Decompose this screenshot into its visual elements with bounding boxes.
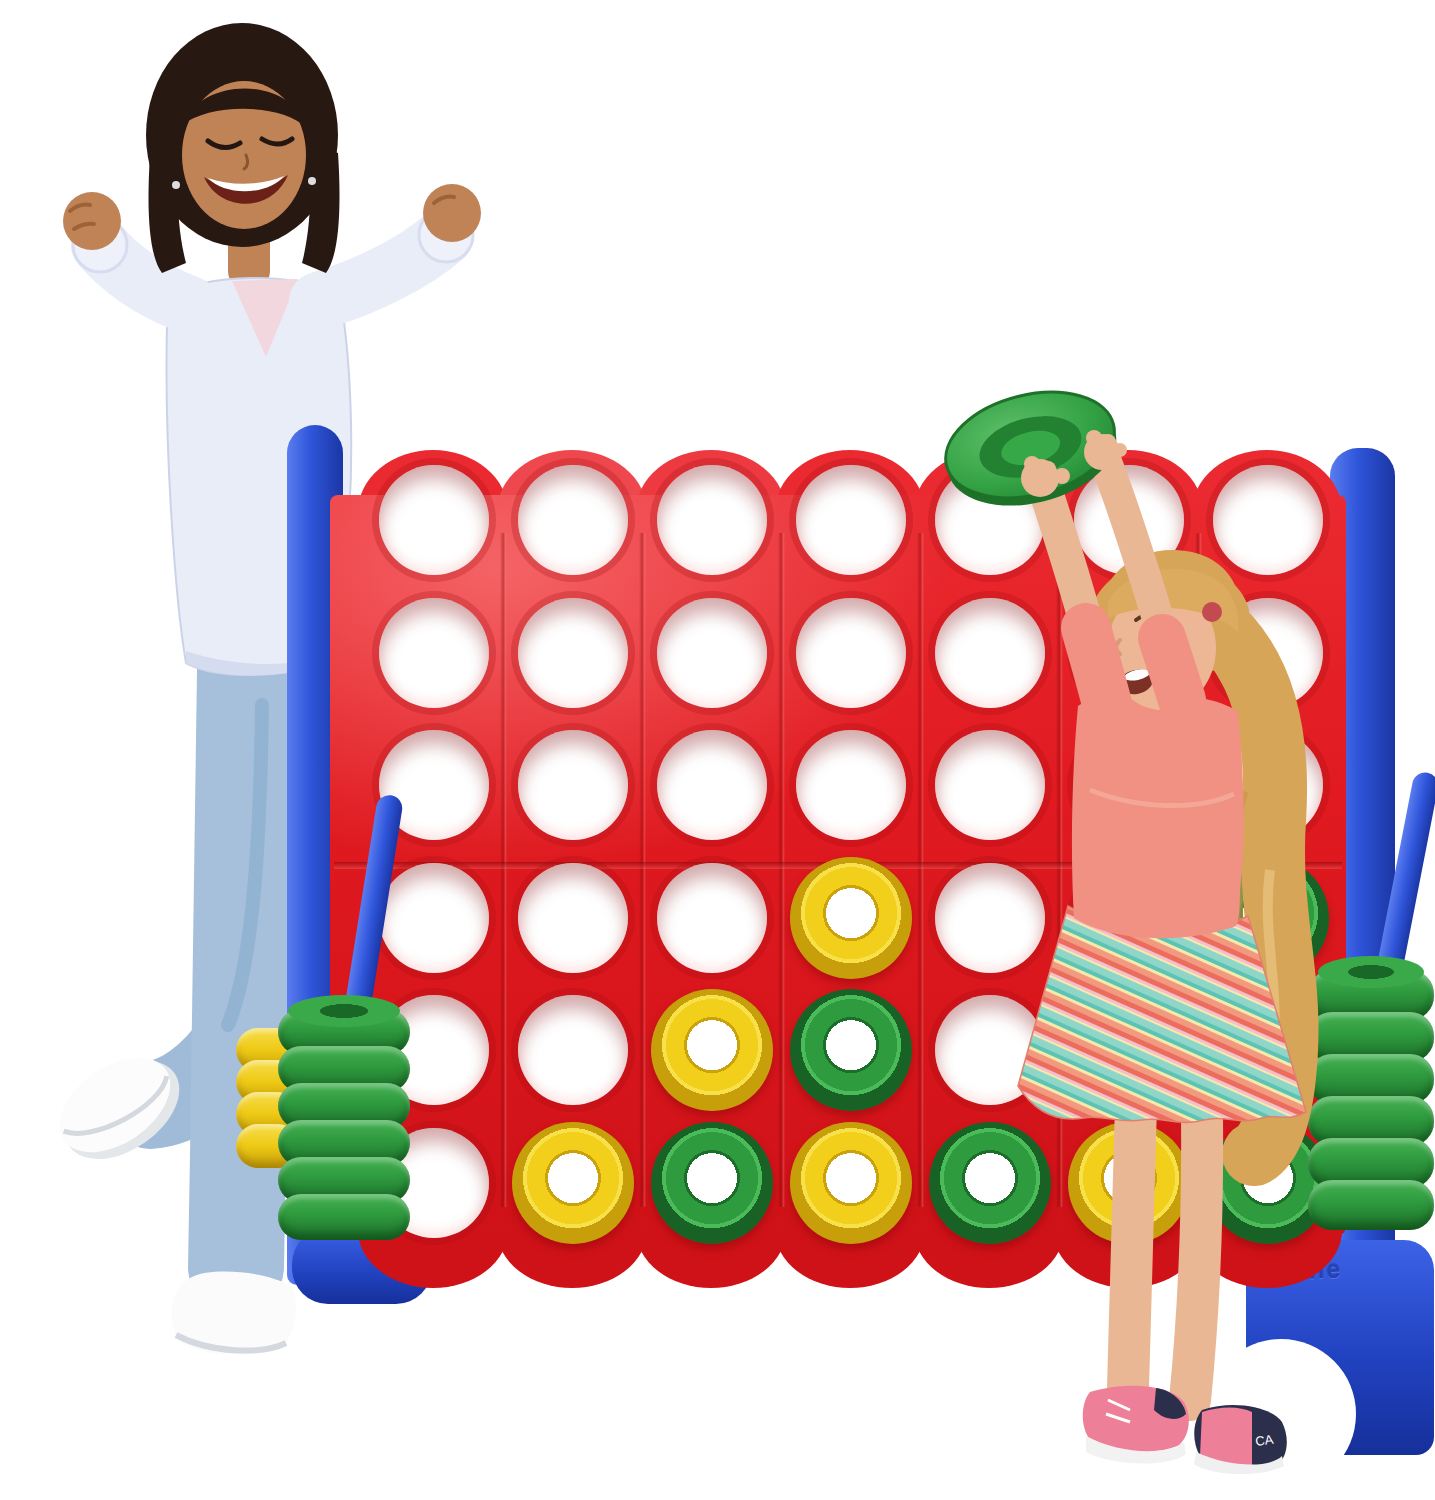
empty-hole [657, 863, 767, 973]
woman-head [146, 23, 340, 273]
empty-hole [796, 730, 906, 840]
board-cell[interactable] [503, 852, 642, 985]
empty-hole [657, 465, 767, 575]
empty-hole [518, 995, 628, 1105]
board-cell[interactable] [781, 984, 920, 1117]
girl-figure: CA [940, 370, 1360, 1490]
yellow-disc [651, 989, 773, 1111]
board-cell[interactable] [642, 719, 781, 852]
yellow-disc [512, 1122, 634, 1244]
board-cell[interactable] [503, 587, 642, 720]
left-green-stack [278, 1018, 410, 1240]
board-cell[interactable] [503, 984, 642, 1117]
empty-hole [796, 598, 906, 708]
board-cell[interactable] [503, 454, 642, 587]
board-cell[interactable] [642, 454, 781, 587]
girl-shoe-back: CA [1194, 1405, 1287, 1474]
yellow-disc [790, 857, 912, 979]
empty-hole [796, 465, 906, 575]
board-cell[interactable] [781, 587, 920, 720]
woman-standing-shoe [171, 1272, 296, 1355]
board-cell[interactable] [642, 852, 781, 985]
shoe-brand-text: CA [1254, 1432, 1274, 1449]
board-cell[interactable] [642, 1117, 781, 1250]
green-disc [651, 1122, 773, 1244]
empty-hole [518, 730, 628, 840]
scene: ntville [0, 0, 1435, 1500]
board-cell[interactable] [642, 587, 781, 720]
empty-hole [379, 465, 489, 575]
board-cell[interactable] [364, 454, 503, 587]
board-cell[interactable] [642, 984, 781, 1117]
empty-hole [379, 598, 489, 708]
girl-shoe-front [1083, 1386, 1189, 1464]
empty-hole [657, 730, 767, 840]
empty-hole [379, 863, 489, 973]
empty-hole [518, 598, 628, 708]
empty-hole [657, 598, 767, 708]
yellow-disc [790, 1122, 912, 1244]
board-cell[interactable] [503, 719, 642, 852]
girl-legs [1128, 1105, 1202, 1400]
board-cell[interactable] [781, 1117, 920, 1250]
board-cell[interactable] [503, 1117, 642, 1250]
board-cell[interactable] [781, 719, 920, 852]
green-disc [790, 989, 912, 1111]
empty-hole [518, 465, 628, 575]
board-cell[interactable] [781, 852, 920, 985]
green-stored-disc [278, 1194, 410, 1240]
board-cell[interactable] [781, 454, 920, 587]
empty-hole [518, 863, 628, 973]
board-cell[interactable] [364, 587, 503, 720]
